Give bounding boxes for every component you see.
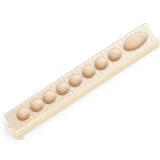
board-top-surface bbox=[3, 22, 157, 132]
mancala-board bbox=[3, 22, 160, 138]
photo-canvas bbox=[0, 0, 160, 160]
cup-row bbox=[14, 46, 123, 123]
